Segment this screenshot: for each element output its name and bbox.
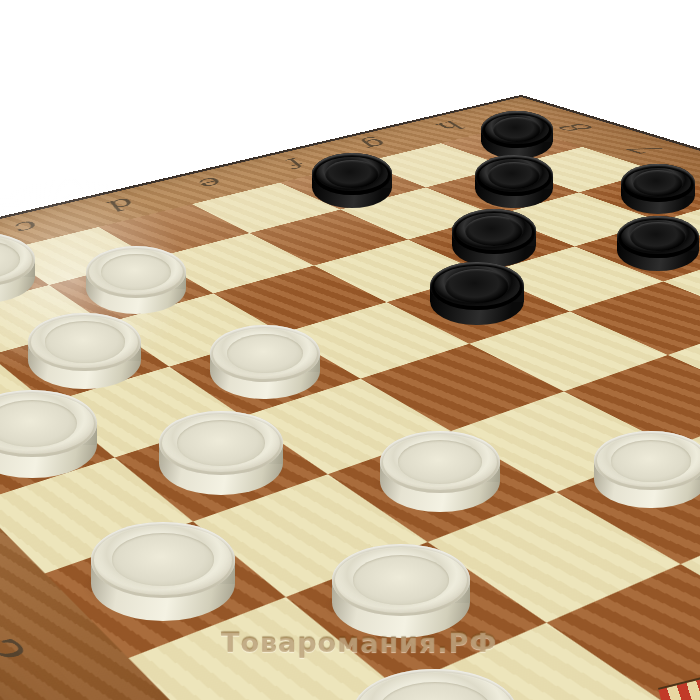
piece-top-face xyxy=(380,431,500,493)
white-checker-d2[interactable] xyxy=(594,431,700,508)
piece-top-face xyxy=(430,262,524,311)
white-checker-a3[interactable] xyxy=(91,522,236,621)
white-checker-b2[interactable] xyxy=(332,544,470,638)
piece-top-face xyxy=(159,411,284,476)
white-checker-c7[interactable] xyxy=(86,246,186,314)
piece-top-face xyxy=(86,246,186,298)
piece-top-face xyxy=(210,325,319,382)
black-checker-g5[interactable] xyxy=(617,216,699,272)
watermark-text: Товаромания.РФ xyxy=(221,627,497,658)
white-checker-a5[interactable] xyxy=(0,390,97,478)
piece-top-face xyxy=(481,111,552,148)
piece-top-face xyxy=(353,669,517,700)
piece-top-face xyxy=(28,313,141,372)
board-photo: abcdefgh1234567812345678 Товаромания.РФ xyxy=(0,0,700,700)
white-checker-c3[interactable] xyxy=(380,431,500,512)
white-checker-b8[interactable] xyxy=(0,233,35,303)
piece-top-face xyxy=(594,431,700,490)
black-checker-f6[interactable] xyxy=(452,209,537,267)
white-checker-c5[interactable] xyxy=(210,325,319,399)
piece-top-face xyxy=(475,155,552,195)
black-checker-g7[interactable] xyxy=(475,155,552,208)
black-checker-f8[interactable] xyxy=(312,153,392,207)
white-checker-b4[interactable] xyxy=(159,411,284,496)
piece-top-face xyxy=(312,153,392,195)
piece-top-face xyxy=(617,216,699,258)
black-checker-h6[interactable] xyxy=(621,164,696,215)
piece-top-face xyxy=(91,522,236,597)
piece-top-face xyxy=(332,544,470,616)
black-checker-e5[interactable] xyxy=(430,262,524,326)
black-checker-h8[interactable] xyxy=(481,111,552,159)
white-checker-a1[interactable] xyxy=(353,669,517,700)
white-checker-b6[interactable] xyxy=(28,313,141,390)
piece-top-face xyxy=(452,209,537,253)
